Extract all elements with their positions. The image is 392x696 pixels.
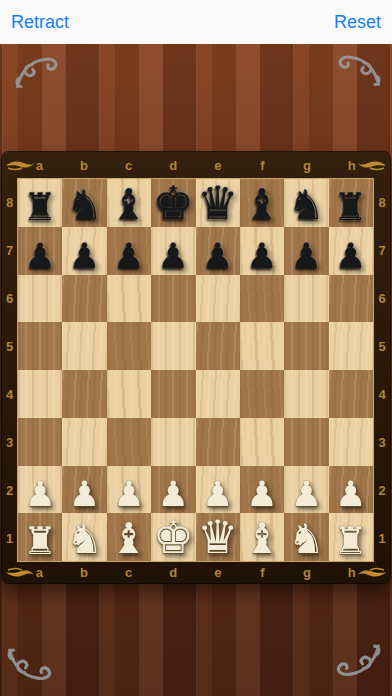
coord-label-8-left: 8: [2, 178, 17, 226]
square-f5[interactable]: [240, 322, 284, 370]
gold-leaf-icon-top-right: [357, 158, 387, 173]
square-h7[interactable]: ♟: [329, 227, 373, 275]
black-pawn: ♟: [69, 239, 100, 274]
white-knight: ♞: [288, 519, 325, 560]
square-f4[interactable]: [240, 370, 284, 418]
square-f2[interactable]: ♟: [240, 466, 284, 514]
square-d4[interactable]: [151, 370, 195, 418]
square-d7[interactable]: ♟: [151, 227, 195, 275]
square-d3[interactable]: [151, 418, 195, 466]
black-king: ♚: [153, 180, 194, 226]
square-b5[interactable]: [62, 322, 106, 370]
square-g3[interactable]: [284, 418, 328, 466]
file-labels-top: abcdefgh: [17, 152, 374, 178]
square-h1[interactable]: ♜: [329, 513, 373, 561]
black-knight: ♞: [66, 185, 103, 226]
black-knight: ♞: [288, 185, 325, 226]
square-e5[interactable]: [196, 322, 240, 370]
white-knight: ♞: [66, 519, 103, 560]
white-pawn: ♟: [113, 477, 144, 512]
black-pawn: ♟: [246, 239, 277, 274]
coord-label-g-top: g: [285, 152, 330, 178]
square-c7[interactable]: ♟: [107, 227, 151, 275]
square-a1[interactable]: ♜: [18, 513, 62, 561]
square-e1[interactable]: ♛: [196, 513, 240, 561]
white-bishop: ♝: [110, 518, 148, 560]
coord-label-7-left: 7: [2, 226, 17, 274]
square-f6[interactable]: [240, 275, 284, 323]
square-a8[interactable]: ♜: [18, 179, 62, 227]
square-d8[interactable]: ♚: [151, 179, 195, 227]
coord-label-b-bottom: b: [62, 562, 107, 583]
square-a5[interactable]: [18, 322, 62, 370]
coord-label-6-left: 6: [2, 274, 17, 322]
coord-label-g-bottom: g: [285, 562, 330, 583]
square-a6[interactable]: [18, 275, 62, 323]
coord-label-f-top: f: [240, 152, 285, 178]
black-bishop: ♝: [243, 184, 281, 226]
coord-label-5-right: 5: [374, 322, 390, 370]
square-c3[interactable]: [107, 418, 151, 466]
square-d5[interactable]: [151, 322, 195, 370]
coord-label-7-right: 7: [374, 226, 390, 274]
coord-label-f-bottom: f: [240, 562, 285, 583]
gold-leaf-icon-bottom-left: [5, 565, 35, 580]
coord-label-d-top: d: [151, 152, 196, 178]
square-b7[interactable]: ♟: [62, 227, 106, 275]
white-king: ♚: [153, 514, 194, 560]
reset-button[interactable]: Reset: [334, 12, 381, 33]
black-pawn: ♟: [291, 239, 322, 274]
square-g8[interactable]: ♞: [284, 179, 328, 227]
white-pawn: ♟: [158, 477, 189, 512]
square-c4[interactable]: [107, 370, 151, 418]
square-g4[interactable]: [284, 370, 328, 418]
silver-scroll-icon-top-left: [12, 52, 66, 92]
black-pawn: ♟: [202, 239, 233, 274]
gold-leaf-icon-bottom-right: [357, 565, 387, 580]
silver-scroll-icon-top-right: [330, 50, 384, 90]
square-f1[interactable]: ♝: [240, 513, 284, 561]
coord-label-5-left: 5: [2, 322, 17, 370]
rank-labels-right: 87654321: [374, 178, 390, 562]
coord-label-3-left: 3: [2, 418, 17, 466]
rank-labels-left: 87654321: [2, 178, 17, 562]
square-a2[interactable]: ♟: [18, 466, 62, 514]
square-d1[interactable]: ♚: [151, 513, 195, 561]
white-pawn: ♟: [69, 477, 100, 512]
square-a7[interactable]: ♟: [18, 227, 62, 275]
square-a3[interactable]: [18, 418, 62, 466]
white-pawn: ♟: [24, 477, 55, 512]
square-c5[interactable]: [107, 322, 151, 370]
white-pawn: ♟: [335, 477, 366, 512]
black-bishop: ♝: [110, 184, 148, 226]
square-g5[interactable]: [284, 322, 328, 370]
coord-label-4-left: 4: [2, 370, 17, 418]
square-c8[interactable]: ♝: [107, 179, 151, 227]
square-b6[interactable]: [62, 275, 106, 323]
square-c2[interactable]: ♟: [107, 466, 151, 514]
coord-label-e-top: e: [196, 152, 241, 178]
square-h3[interactable]: [329, 418, 373, 466]
coord-label-3-right: 3: [374, 418, 390, 466]
file-labels-bottom: abcdefgh: [17, 562, 374, 583]
silver-scroll-icon-bottom-left: [4, 644, 60, 686]
square-e4[interactable]: [196, 370, 240, 418]
coord-label-2-right: 2: [374, 466, 390, 514]
coord-label-4-right: 4: [374, 370, 390, 418]
square-e2[interactable]: ♟: [196, 466, 240, 514]
square-g2[interactable]: ♟: [284, 466, 328, 514]
square-h2[interactable]: ♟: [329, 466, 373, 514]
square-h4[interactable]: [329, 370, 373, 418]
white-bishop: ♝: [243, 518, 281, 560]
square-g1[interactable]: ♞: [284, 513, 328, 561]
square-b4[interactable]: [62, 370, 106, 418]
square-f7[interactable]: ♟: [240, 227, 284, 275]
square-b1[interactable]: ♞: [62, 513, 106, 561]
coord-label-1-right: 1: [374, 514, 390, 562]
square-d6[interactable]: [151, 275, 195, 323]
app-screen: Retract Reset: [0, 0, 392, 696]
black-queen: ♛: [197, 180, 238, 226]
retract-button[interactable]: Retract: [11, 12, 69, 33]
square-d2[interactable]: ♟: [151, 466, 195, 514]
white-pawn: ♟: [291, 477, 322, 512]
square-e7[interactable]: ♟: [196, 227, 240, 275]
white-pawn: ♟: [202, 477, 233, 512]
square-f8[interactable]: ♝: [240, 179, 284, 227]
coord-label-8-right: 8: [374, 178, 390, 226]
coord-label-c-top: c: [106, 152, 151, 178]
coord-label-2-left: 2: [2, 466, 17, 514]
square-f3[interactable]: [240, 418, 284, 466]
square-g6[interactable]: [284, 275, 328, 323]
square-h8[interactable]: ♜: [329, 179, 373, 227]
chess-board-frame: abcdefgh abcdefgh 87654321 87654321 ♜♞♝♚…: [2, 152, 390, 583]
silver-scroll-icon-bottom-right: [328, 640, 384, 682]
square-c6[interactable]: [107, 275, 151, 323]
black-rook: ♜: [23, 188, 57, 226]
square-e8[interactable]: ♛: [196, 179, 240, 227]
square-c1[interactable]: ♝: [107, 513, 151, 561]
coord-label-d-bottom: d: [151, 562, 196, 583]
square-a4[interactable]: [18, 370, 62, 418]
square-b2[interactable]: ♟: [62, 466, 106, 514]
coord-label-6-right: 6: [374, 274, 390, 322]
white-rook: ♜: [334, 522, 368, 560]
square-h6[interactable]: [329, 275, 373, 323]
white-rook: ♜: [23, 522, 57, 560]
black-pawn: ♟: [24, 239, 55, 274]
black-pawn: ♟: [335, 239, 366, 274]
white-pawn: ♟: [246, 477, 277, 512]
coord-label-b-top: b: [62, 152, 107, 178]
coord-label-e-bottom: e: [196, 562, 241, 583]
nav-bar: Retract Reset: [0, 0, 392, 44]
board-grid: ♜♞♝♚♛♝♞♜♟♟♟♟♟♟♟♟♟♟♟♟♟♟♟♟♜♞♝♚♛♝♞♜: [17, 178, 374, 562]
black-rook: ♜: [334, 188, 368, 226]
square-b8[interactable]: ♞: [62, 179, 106, 227]
square-g7[interactable]: ♟: [284, 227, 328, 275]
black-pawn: ♟: [158, 239, 189, 274]
square-h5[interactable]: [329, 322, 373, 370]
square-b3[interactable]: [62, 418, 106, 466]
black-pawn: ♟: [113, 239, 144, 274]
white-queen: ♛: [197, 514, 238, 560]
coord-label-c-bottom: c: [106, 562, 151, 583]
gold-leaf-icon-top-left: [5, 158, 35, 173]
square-e3[interactable]: [196, 418, 240, 466]
coord-label-1-left: 1: [2, 514, 17, 562]
square-e6[interactable]: [196, 275, 240, 323]
